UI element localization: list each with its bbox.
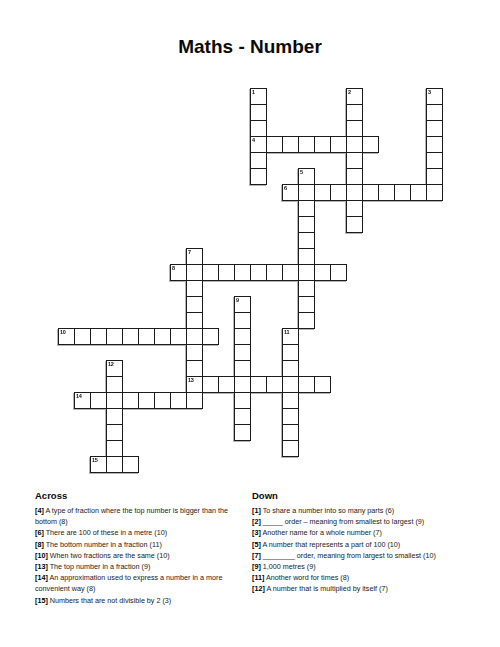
- grid-cell-r22c14[interactable]: [282, 440, 299, 457]
- grid-cell-r19c1[interactable]: 14: [74, 392, 91, 409]
- grid-cell-r15c7[interactable]: [170, 328, 187, 345]
- clue-number-label: [15]: [35, 596, 48, 605]
- grid-cell-r18c3[interactable]: [106, 376, 123, 393]
- grid-cell-r11c8[interactable]: [186, 264, 203, 281]
- grid-cell-r3c17[interactable]: [330, 136, 347, 153]
- clue-down-1: [1] To share a number into so many parts…: [252, 505, 482, 516]
- grid-cell-r6c21[interactable]: [394, 184, 411, 201]
- grid-cell-r22c3[interactable]: [106, 440, 123, 457]
- grid-cell-r18c16[interactable]: [314, 376, 331, 393]
- grid-cell-r3c14[interactable]: [282, 136, 299, 153]
- cell-number-4: 4: [252, 137, 255, 144]
- grid-cell-r16c11[interactable]: [234, 344, 251, 361]
- grid-cell-r18c13[interactable]: [266, 376, 283, 393]
- clue-number-label: [4]: [35, 506, 44, 515]
- grid-cell-r19c4[interactable]: [122, 392, 139, 409]
- clue-number-label: [1]: [252, 506, 261, 515]
- grid-cell-r18c8[interactable]: 13: [186, 376, 203, 393]
- across-clues-header: Across: [35, 490, 250, 501]
- grid-cell-r14c15[interactable]: [298, 312, 315, 329]
- grid-cell-r10c15[interactable]: [298, 248, 315, 265]
- grid-cell-r15c11[interactable]: [234, 328, 251, 345]
- grid-cell-r2c12[interactable]: [250, 120, 267, 137]
- grid-cell-r6c16[interactable]: [314, 184, 331, 201]
- grid-cell-r23c2[interactable]: 15: [90, 456, 107, 473]
- grid-cell-r5c18[interactable]: [346, 168, 363, 185]
- grid-cell-r18c10[interactable]: [218, 376, 235, 393]
- grid-cell-r6c19[interactable]: [362, 184, 379, 201]
- grid-cell-r1c23[interactable]: [426, 104, 443, 121]
- grid-cell-r13c15[interactable]: [298, 296, 315, 313]
- cell-number-13: 13: [188, 377, 194, 384]
- grid-cell-r3c13[interactable]: [266, 136, 283, 153]
- grid-cell-r18c9[interactable]: [202, 376, 219, 393]
- clue-number-label: [14]: [35, 573, 48, 582]
- grid-cell-r4c12[interactable]: [250, 152, 267, 169]
- clue-across-10: [10] When two fractions are the same (10…: [35, 550, 250, 561]
- grid-cell-r6c22[interactable]: [410, 184, 427, 201]
- grid-cell-r15c6[interactable]: [154, 328, 171, 345]
- clue-across-4: [4] A type of fraction where the top num…: [35, 505, 250, 527]
- crossword-grid: 123456789101112131415: [58, 88, 443, 473]
- grid-cell-r17c8[interactable]: [186, 360, 203, 377]
- clue-down-7: [7] ________ order, meaning from largest…: [252, 550, 482, 561]
- clue-across-14: [14] An approximation used to express a …: [35, 572, 250, 594]
- down-clue-list: [1] To share a number into so many parts…: [252, 505, 482, 595]
- cell-number-1: 1: [252, 89, 255, 96]
- cell-number-11: 11: [284, 329, 289, 336]
- grid-cell-r18c15[interactable]: [298, 376, 315, 393]
- grid-cell-r2c18[interactable]: [346, 120, 363, 137]
- clue-across-6: [6] There are 100 of these in a metre (1…: [35, 527, 250, 538]
- cell-number-7: 7: [188, 249, 191, 256]
- grid-cell-r5c12[interactable]: [250, 168, 267, 185]
- grid-cell-r19c11[interactable]: [234, 392, 251, 409]
- grid-cell-r6c20[interactable]: [378, 184, 395, 201]
- down-clues-section: Down [1] To share a number into so many …: [252, 490, 482, 595]
- clue-across-13: [13] The top number in a fraction (9): [35, 561, 250, 572]
- cell-number-6: 6: [284, 185, 287, 192]
- cell-number-14: 14: [76, 393, 82, 400]
- grid-cell-r14c11[interactable]: [234, 312, 251, 329]
- grid-cell-r19c2[interactable]: [90, 392, 107, 409]
- crossword-worksheet-page: Maths - Number 123456789101112131415 Acr…: [0, 0, 500, 647]
- grid-cell-r6c18[interactable]: [346, 184, 363, 201]
- grid-cell-r15c2[interactable]: [90, 328, 107, 345]
- grid-cell-r7c15[interactable]: [298, 200, 315, 217]
- grid-cell-r6c17[interactable]: [330, 184, 347, 201]
- grid-cell-r11c17[interactable]: [330, 264, 347, 281]
- grid-cell-r11c11[interactable]: [234, 264, 251, 281]
- grid-cell-r19c8[interactable]: [186, 392, 203, 409]
- clue-number-label: [11]: [252, 573, 264, 582]
- clue-number-label: [10]: [35, 551, 48, 560]
- clue-across-15: [15] Numbers that are not divisible by 2…: [35, 595, 250, 606]
- grid-cell-r3c15[interactable]: [298, 136, 315, 153]
- across-clues-section: Across [4] A type of fraction where the …: [35, 490, 250, 606]
- grid-cell-r5c15[interactable]: 5: [298, 168, 315, 185]
- grid-cell-r2c23[interactable]: [426, 120, 443, 137]
- grid-cell-r11c7[interactable]: 8: [170, 264, 187, 281]
- grid-cell-r19c14[interactable]: [282, 392, 299, 409]
- grid-cell-r17c14[interactable]: [282, 360, 299, 377]
- grid-cell-r15c9[interactable]: [202, 328, 219, 345]
- grid-cell-r11c10[interactable]: [218, 264, 235, 281]
- across-clue-list: [4] A type of fraction where the top num…: [35, 505, 250, 606]
- grid-cell-r19c7[interactable]: [170, 392, 187, 409]
- grid-cell-r8c15[interactable]: [298, 216, 315, 233]
- grid-cell-r11c16[interactable]: [314, 264, 331, 281]
- grid-cell-r7c18[interactable]: [346, 200, 363, 217]
- grid-cell-r13c8[interactable]: [186, 296, 203, 313]
- clue-number-label: [2]: [252, 517, 261, 526]
- clue-down-11: [11] Another word for times (8): [252, 572, 482, 583]
- grid-cell-r20c11[interactable]: [234, 408, 251, 425]
- grid-cell-r5c23[interactable]: [426, 168, 443, 185]
- grid-cell-r11c14[interactable]: [282, 264, 299, 281]
- grid-cell-r4c18[interactable]: [346, 152, 363, 169]
- grid-cell-r21c11[interactable]: [234, 424, 251, 441]
- grid-cell-r3c16[interactable]: [314, 136, 331, 153]
- grid-cell-r15c5[interactable]: [138, 328, 155, 345]
- clue-number-label: [3]: [252, 528, 261, 537]
- grid-cell-r6c15[interactable]: [298, 184, 315, 201]
- cell-number-5: 5: [300, 169, 303, 176]
- grid-cell-r12c15[interactable]: [298, 280, 315, 297]
- clue-down-3: [3] Another name for a whole number (7): [252, 527, 482, 538]
- clue-down-9: [9] 1,000 metres (9): [252, 561, 482, 572]
- clue-number-label: [12]: [252, 584, 265, 593]
- grid-cell-r19c6[interactable]: [154, 392, 171, 409]
- grid-cell-r15c3[interactable]: [106, 328, 123, 345]
- grid-cell-r20c14[interactable]: [282, 408, 299, 425]
- grid-cell-r0c23[interactable]: 3: [426, 88, 443, 105]
- clue-number-label: [13]: [35, 562, 48, 571]
- grid-cell-r19c5[interactable]: [138, 392, 155, 409]
- grid-cell-r17c11[interactable]: [234, 360, 251, 377]
- grid-cell-r16c8[interactable]: [186, 344, 203, 361]
- grid-cell-r13c11[interactable]: 9: [234, 296, 251, 313]
- clue-down-5: [5] A number that represents a part of 1…: [252, 539, 482, 550]
- grid-cell-r0c12[interactable]: 1: [250, 88, 267, 105]
- puzzle-title: Maths - Number: [0, 36, 500, 58]
- cell-number-12: 12: [108, 361, 114, 368]
- cell-number-15: 15: [92, 457, 98, 464]
- grid-cell-r17c3[interactable]: 12: [106, 360, 123, 377]
- grid-cell-r0c18[interactable]: 2: [346, 88, 363, 105]
- grid-cell-r20c3[interactable]: [106, 408, 123, 425]
- grid-cell-r15c4[interactable]: [122, 328, 139, 345]
- grid-cell-r1c12[interactable]: [250, 104, 267, 121]
- clue-number-label: [6]: [35, 528, 44, 537]
- clue-number-label: [7]: [252, 551, 261, 560]
- grid-cell-r11c13[interactable]: [266, 264, 283, 281]
- clue-number-label: [5]: [252, 540, 261, 549]
- clue-across-8: [8] The bottom number in a fraction (11): [35, 539, 250, 550]
- cell-number-9: 9: [236, 297, 239, 304]
- grid-cell-r23c3[interactable]: [106, 456, 123, 473]
- grid-cell-r3c12[interactable]: 4: [250, 136, 267, 153]
- grid-cell-r15c1[interactable]: [74, 328, 91, 345]
- grid-cell-r3c19[interactable]: [362, 136, 379, 153]
- grid-cell-r11c12[interactable]: [250, 264, 267, 281]
- cell-number-10: 10: [60, 329, 66, 336]
- grid-cell-r14c8[interactable]: [186, 312, 203, 329]
- grid-cell-r18c12[interactable]: [250, 376, 267, 393]
- grid-cell-r19c3[interactable]: [106, 392, 123, 409]
- grid-cell-r10c8[interactable]: 7: [186, 248, 203, 265]
- grid-cell-r21c3[interactable]: [106, 424, 123, 441]
- grid-cell-r18c11[interactable]: [234, 376, 251, 393]
- grid-cell-r8c18[interactable]: [346, 216, 363, 233]
- grid-cell-r3c18[interactable]: [346, 136, 363, 153]
- grid-cell-r15c14[interactable]: 11: [282, 328, 299, 345]
- grid-cell-r11c9[interactable]: [202, 264, 219, 281]
- clue-number-label: [9]: [252, 562, 261, 571]
- grid-cell-r3c23[interactable]: [426, 136, 443, 153]
- grid-cell-r6c23[interactable]: [426, 184, 443, 201]
- grid-cell-r15c8[interactable]: [186, 328, 203, 345]
- cell-number-8: 8: [172, 265, 175, 272]
- grid-cell-r1c18[interactable]: [346, 104, 363, 121]
- grid-cell-r9c15[interactable]: [298, 232, 315, 249]
- cell-number-3: 3: [428, 89, 431, 96]
- down-clues-header: Down: [252, 490, 482, 501]
- grid-cell-r23c4[interactable]: [122, 456, 139, 473]
- grid-cell-r12c8[interactable]: [186, 280, 203, 297]
- grid-cell-r15c0[interactable]: 10: [58, 328, 75, 345]
- grid-cell-r11c15[interactable]: [298, 264, 315, 281]
- grid-cell-r21c14[interactable]: [282, 424, 299, 441]
- grid-cell-r16c14[interactable]: [282, 344, 299, 361]
- clue-number-label: [8]: [35, 540, 44, 549]
- cell-number-2: 2: [348, 89, 351, 96]
- clue-down-2: [2] _____ order – meaning from smallest …: [252, 516, 482, 527]
- grid-cell-r18c14[interactable]: [282, 376, 299, 393]
- grid-cell-r4c23[interactable]: [426, 152, 443, 169]
- clue-down-12: [12] A number that is multiplied by itse…: [252, 583, 482, 594]
- grid-cell-r6c14[interactable]: 6: [282, 184, 299, 201]
